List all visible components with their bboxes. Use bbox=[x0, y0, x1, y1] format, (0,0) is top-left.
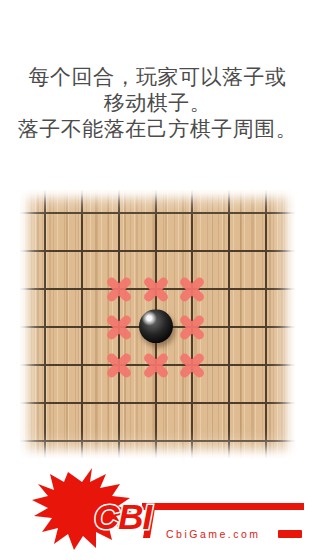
grid-line-vertical bbox=[81, 190, 83, 458]
blocked-mark bbox=[178, 275, 206, 303]
board[interactable] bbox=[20, 190, 295, 458]
tutorial-page: { "game": "CBI go-style stone-placement … bbox=[0, 0, 315, 560]
grid-line-horizontal bbox=[20, 440, 295, 442]
cbigame-logo[interactable]: CBI CbiGame.com bbox=[24, 462, 315, 558]
black-stone bbox=[139, 309, 173, 343]
grid-line-horizontal bbox=[20, 402, 295, 404]
grid-line-vertical bbox=[265, 190, 267, 458]
blocked-mark bbox=[142, 275, 170, 303]
grid-line-vertical bbox=[228, 190, 230, 458]
blocked-mark bbox=[178, 313, 206, 341]
logo-bar bbox=[142, 503, 304, 510]
grid-line-vertical bbox=[44, 190, 46, 458]
instructions-text: 每个回合，玩家可以落子或 移动棋子。 落子不能落在己方棋子周围。 bbox=[0, 64, 315, 142]
blocked-mark bbox=[105, 275, 133, 303]
instructions-line-2: 移动棋子。 bbox=[0, 90, 315, 116]
blocked-mark bbox=[178, 351, 206, 379]
blocked-mark bbox=[105, 313, 133, 341]
instructions-line-3: 落子不能落在己方棋子周围。 bbox=[0, 116, 315, 142]
grid-line-horizontal bbox=[20, 250, 295, 252]
blocked-mark bbox=[105, 351, 133, 379]
blocked-mark bbox=[142, 351, 170, 379]
grid-line-horizontal bbox=[20, 212, 295, 214]
site-text: CbiGame.com bbox=[166, 528, 261, 540]
instructions-line-1: 每个回合，玩家可以落子或 bbox=[0, 64, 315, 90]
logo-end-dash bbox=[278, 530, 302, 538]
brand-text: CBI bbox=[94, 497, 154, 536]
